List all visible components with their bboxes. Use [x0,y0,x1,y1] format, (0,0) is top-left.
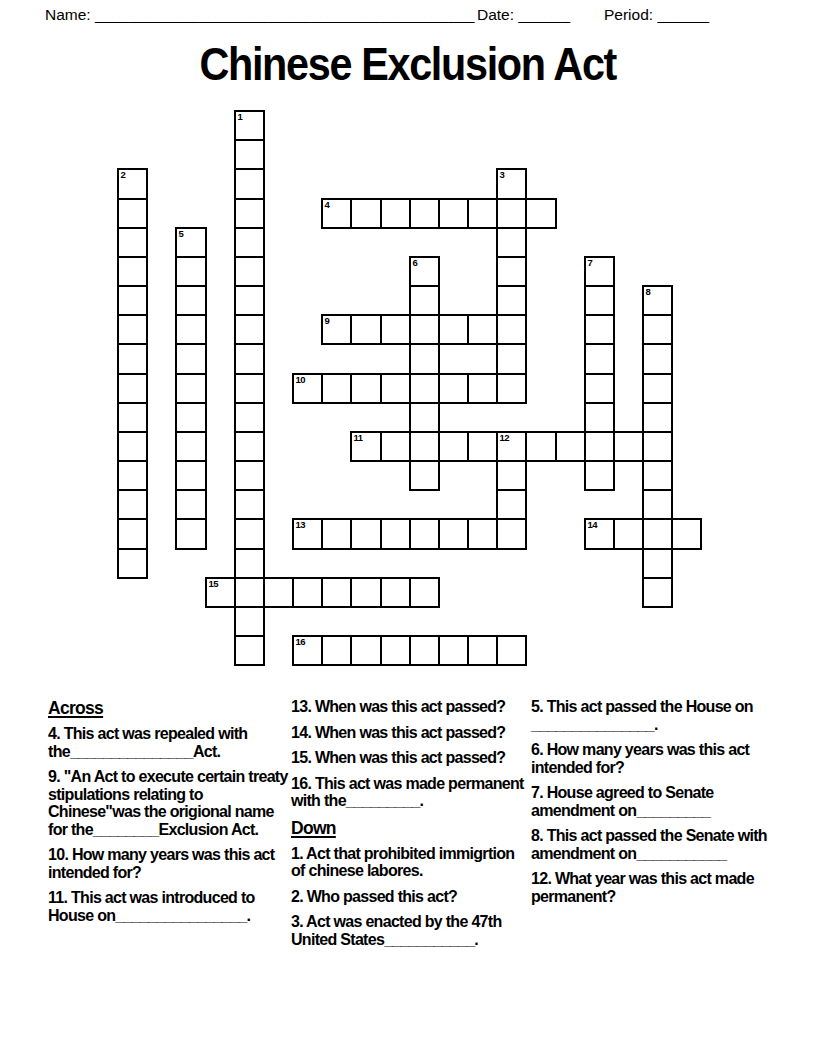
grid-cell-r3c8[interactable] [350,198,382,229]
grid-cell-r11c18[interactable] [642,431,673,462]
grid-cell-r7c18[interactable] [642,314,673,345]
grid-cell-r12c4[interactable] [234,460,265,491]
grid-cell-r4c0[interactable] [117,227,148,258]
grid-cell-r3c7[interactable]: 4 [321,198,352,229]
grid-cell-r9c8[interactable] [350,373,382,404]
grid-cell-r18c13[interactable] [496,635,527,666]
grid-cell-r16c4[interactable] [234,577,265,608]
grid-cell-r16c7[interactable] [321,577,352,608]
grid-cell-r14c11[interactable] [438,518,469,550]
grid-cell-r9c4[interactable] [234,373,265,404]
grid-cell-r18c10[interactable] [409,635,440,666]
clue-2: 2. Who passed this act? [291,888,524,906]
grid-cell-r3c4[interactable] [234,198,265,229]
grid-cell-r7c8[interactable] [350,314,382,345]
grid-cell-r14c7[interactable] [321,518,352,550]
crossword-grid: 12345678910111213141516 [117,110,707,670]
clue-column-1: Across4. This act was repealed with the_… [48,698,289,932]
clue-7: 7. House agreed to Senate amendment on__… [531,784,777,819]
grid-cell-r17c4[interactable] [234,606,265,637]
grid-cell-r16c9[interactable] [380,577,411,608]
grid-cell-r8c16[interactable] [584,343,615,375]
grid-cell-r11c4[interactable] [234,431,265,462]
grid-cell-r11c11[interactable] [438,431,469,462]
grid-cell-r6c4[interactable] [234,285,265,316]
grid-cell-r6c2[interactable] [175,285,207,316]
date-label: Date: [477,6,514,23]
clue-8: 8. This act passed the Senate with amend… [531,827,777,862]
grid-cell-r14c0[interactable] [117,518,148,550]
grid-cell-r14c19[interactable] [671,518,702,550]
grid-cell-r5c0[interactable] [117,256,148,287]
grid-cell-r3c11[interactable] [438,198,469,229]
date-blank-line[interactable]: ______ [518,6,570,23]
grid-cell-r13c2[interactable] [175,489,207,520]
grid-cell-r5c13[interactable] [496,256,527,287]
grid-cell-r11c17[interactable] [613,431,644,462]
name-field: Name: __________________________________… [45,6,474,24]
crossword-worksheet: { "game": "crossword", "header": { "name… [0,0,816,1056]
grid-cell-r11c10[interactable] [409,431,440,462]
clue-number-5: 5 [179,228,184,239]
grid-cell-r16c10[interactable] [409,577,440,608]
clue-number-15: 15 [209,578,219,589]
grid-cell-r14c9[interactable] [380,518,411,550]
grid-cell-r14c18[interactable] [642,518,673,550]
clue-14: 14. When was this act passed? [291,724,524,742]
grid-cell-r6c18[interactable]: 8 [642,285,673,316]
grid-cell-r16c8[interactable] [350,577,382,608]
grid-cell-r9c16[interactable] [584,373,615,404]
grid-cell-r9c6[interactable]: 10 [292,373,323,404]
grid-cell-r18c6[interactable]: 16 [292,635,323,666]
clue-number-8: 8 [646,286,651,297]
grid-cell-r5c4[interactable] [234,256,265,287]
grid-cell-r15c0[interactable] [117,548,148,579]
grid-cell-r8c2[interactable] [175,343,207,375]
period-label: Period: [604,6,653,23]
name-blank-line[interactable]: ________________________________________… [95,6,474,23]
grid-cell-r18c8[interactable] [350,635,382,666]
clue-12: 12. What year was this act made permanen… [531,870,777,905]
grid-cell-r6c13[interactable] [496,285,527,316]
grid-cell-r18c4[interactable] [234,635,265,666]
grid-cell-r9c12[interactable] [467,373,498,404]
grid-cell-r7c4[interactable] [234,314,265,345]
grid-cell-r11c8[interactable]: 11 [350,431,382,462]
clue-4: 4. This act was repealed with the_______… [48,725,289,760]
clue-1: 1. Act that prohibited immigrtion of chi… [291,845,524,880]
period-blank-line[interactable]: ______ [657,6,709,23]
grid-cell-r15c18[interactable] [642,548,673,579]
grid-cell-r15c4[interactable] [234,548,265,579]
grid-cell-r13c4[interactable] [234,489,265,520]
clue-number-12: 12 [500,432,510,443]
grid-cell-r5c10[interactable]: 6 [409,256,440,287]
grid-cell-r3c12[interactable] [467,198,498,229]
clue-number-6: 6 [413,257,418,268]
grid-cell-r7c0[interactable] [117,314,148,345]
worksheet-header: Name: __________________________________… [0,6,816,30]
grid-cell-r13c13[interactable] [496,489,527,520]
grid-cell-r12c16[interactable] [584,460,615,491]
grid-cell-r11c13[interactable]: 12 [496,431,527,462]
clue-11: 11. This act was introduced to House on_… [48,889,289,924]
grid-cell-r7c11[interactable] [438,314,469,345]
grid-cell-r5c16[interactable]: 7 [584,256,615,287]
grid-cell-r4c13[interactable] [496,227,527,258]
grid-cell-r9c7[interactable] [321,373,352,404]
grid-cell-r12c2[interactable] [175,460,207,491]
grid-cell-r7c7[interactable]: 9 [321,314,352,345]
grid-cell-r3c0[interactable] [117,198,148,229]
clue-column-2: 13. When was this act passed?14. When wa… [291,698,524,956]
clue-9: 9. "An Act to execute certain treaty sti… [48,768,289,838]
grid-cell-r13c0[interactable] [117,489,148,520]
clue-10: 10. How many years was this act intended… [48,846,289,881]
grid-cell-r7c12[interactable] [467,314,498,345]
grid-cell-r14c4[interactable] [234,518,265,550]
grid-cell-r2c4[interactable] [234,168,265,200]
grid-cell-r14c8[interactable] [350,518,382,550]
grid-cell-r16c6[interactable] [292,577,323,608]
clue-3: 3. Act was enacted by the 47th United St… [291,913,524,948]
down-header: Down [291,818,524,839]
grid-cell-r14c17[interactable] [613,518,644,550]
grid-cell-r14c12[interactable] [467,518,498,550]
grid-cell-r16c5[interactable] [263,577,294,608]
grid-cell-r14c16[interactable]: 14 [584,518,615,550]
grid-cell-r11c9[interactable] [380,431,411,462]
clue-number-10: 10 [296,374,306,385]
grid-cell-r11c12[interactable] [467,431,498,462]
grid-cell-r5c2[interactable] [175,256,207,287]
across-header: Across [48,698,289,719]
grid-cell-r11c14[interactable] [525,431,557,462]
clue-number-1: 1 [238,111,243,122]
clue-number-16: 16 [296,636,306,647]
clue-15: 15. When was this act passed? [291,749,524,767]
grid-cell-r18c11[interactable] [438,635,469,666]
grid-cell-r13c18[interactable] [642,489,673,520]
grid-cell-r10c10[interactable] [409,402,440,433]
grid-cell-r14c13[interactable] [496,518,527,550]
grid-cell-r10c2[interactable] [175,402,207,433]
grid-cell-r7c2[interactable] [175,314,207,345]
grid-cell-r11c2[interactable] [175,431,207,462]
grid-cell-r8c4[interactable] [234,343,265,375]
grid-cell-r1c4[interactable] [234,139,265,170]
grid-cell-r9c10[interactable] [409,373,440,404]
grid-cell-r9c2[interactable] [175,373,207,404]
clue-number-4: 4 [325,199,330,210]
grid-cell-r7c9[interactable] [380,314,411,345]
clue-number-11: 11 [354,432,363,443]
grid-cell-r0c4[interactable]: 1 [234,110,265,141]
grid-cell-r9c0[interactable] [117,373,148,404]
grid-cell-r3c13[interactable] [496,198,527,229]
clue-6: 6. How many years was this act intended … [531,741,777,776]
grid-cell-r6c10[interactable] [409,285,440,316]
grid-cell-r7c13[interactable] [496,314,527,345]
grid-cell-r10c18[interactable] [642,402,673,433]
page-title: Chinese Exclusion Act [200,36,617,91]
grid-cell-r3c14[interactable] [525,198,557,229]
grid-cell-r2c0[interactable]: 2 [117,168,148,200]
clue-number-2: 2 [121,169,126,180]
grid-cell-r3c9[interactable] [380,198,411,229]
grid-cell-r11c0[interactable] [117,431,148,462]
period-field: Period: ______ [604,6,709,24]
grid-cell-r4c2[interactable]: 5 [175,227,207,258]
grid-cell-r8c10[interactable] [409,343,440,375]
grid-cell-r6c16[interactable] [584,285,615,316]
grid-cell-r14c2[interactable] [175,518,207,550]
clue-number-9: 9 [325,315,330,326]
clue-number-14: 14 [588,519,598,530]
grid-cell-r11c16[interactable] [584,431,615,462]
grid-cell-r6c0[interactable] [117,285,148,316]
clue-number-13: 13 [296,519,306,530]
grid-cell-r10c4[interactable] [234,402,265,433]
grid-cell-r12c10[interactable] [409,460,440,491]
grid-cell-r12c0[interactable] [117,460,148,491]
date-field: Date: ______ [477,6,570,24]
clue-number-7: 7 [588,257,593,268]
grid-cell-r4c4[interactable] [234,227,265,258]
grid-cell-r9c9[interactable] [380,373,411,404]
grid-cell-r14c10[interactable] [409,518,440,550]
clue-5: 5. This act passed the House on ________… [531,698,777,733]
title-row: Chinese Exclusion Act [0,36,816,91]
grid-cell-r12c13[interactable] [496,460,527,491]
grid-cell-r18c9[interactable] [380,635,411,666]
grid-cell-r16c3[interactable]: 15 [205,577,236,608]
grid-cell-r7c16[interactable] [584,314,615,345]
grid-cell-r9c13[interactable] [496,373,527,404]
name-label: Name: [45,6,91,23]
grid-cell-r18c12[interactable] [467,635,498,666]
grid-cell-r10c16[interactable] [584,402,615,433]
grid-cell-r2c13[interactable]: 3 [496,168,527,200]
grid-cell-r12c18[interactable] [642,460,673,491]
grid-cell-r8c13[interactable] [496,343,527,375]
grid-cell-r8c18[interactable] [642,343,673,375]
grid-cell-r3c10[interactable] [409,198,440,229]
grid-cell-r9c18[interactable] [642,373,673,404]
grid-cell-r18c7[interactable] [321,635,352,666]
grid-cell-r10c0[interactable] [117,402,148,433]
clue-16: 16. This act was made permanent with the… [291,775,524,810]
clue-column-3: 5. This act passed the House on ________… [531,698,777,913]
clue-number-3: 3 [500,169,505,180]
grid-cell-r9c11[interactable] [438,373,469,404]
grid-cell-r11c15[interactable] [555,431,586,462]
grid-cell-r8c0[interactable] [117,343,148,375]
grid-cell-r14c6[interactable]: 13 [292,518,323,550]
grid-cell-r7c10[interactable] [409,314,440,345]
grid-cell-r16c18[interactable] [642,577,673,608]
clue-13: 13. When was this act passed? [291,698,524,716]
